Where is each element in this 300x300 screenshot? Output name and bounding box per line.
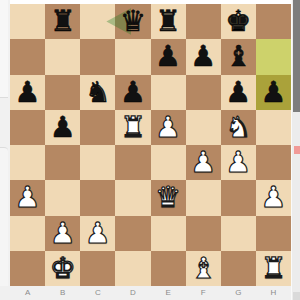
piece-black-pawn[interactable]: ♟ <box>155 42 181 71</box>
square-g3[interactable] <box>221 180 256 215</box>
square-f1[interactable]: ♝ <box>186 251 221 286</box>
piece-black-pawn[interactable]: ♟ <box>190 42 216 71</box>
piece-white-rook[interactable]: ♜ <box>120 113 146 142</box>
square-f2[interactable] <box>186 216 221 251</box>
square-g1[interactable] <box>221 251 256 286</box>
file-label-e: E <box>158 288 178 297</box>
piece-black-rook[interactable]: ♜ <box>50 7 76 36</box>
square-b8[interactable]: ♜ <box>45 4 80 39</box>
square-d8[interactable]: ♛ <box>115 4 150 39</box>
square-d5[interactable]: ♜ <box>115 110 150 145</box>
piece-white-pawn[interactable]: ♟ <box>50 219 76 248</box>
square-e6[interactable] <box>151 75 186 110</box>
file-label-h: H <box>263 288 283 297</box>
piece-white-queen[interactable]: ♛ <box>155 183 181 212</box>
file-label-d: D <box>123 288 143 297</box>
square-h3[interactable]: ♟ <box>256 180 291 215</box>
square-f3[interactable] <box>186 180 221 215</box>
piece-white-pawn[interactable]: ♟ <box>225 148 251 177</box>
piece-white-pawn[interactable]: ♟ <box>85 219 111 248</box>
square-d2[interactable] <box>115 216 150 251</box>
square-f4[interactable]: ♟ <box>186 145 221 180</box>
piece-black-pawn[interactable]: ♟ <box>15 78 41 107</box>
chess-board: ♜♛♜♚♟♟♝♟♞♟♟♟♟♜♟♞♟♟♟♛♟♟♟♚♝♜ <box>10 4 291 286</box>
square-f8[interactable] <box>186 4 221 39</box>
scrollbar-thumb[interactable] <box>293 0 300 112</box>
square-g5[interactable]: ♞ <box>221 110 256 145</box>
piece-black-pawn[interactable]: ♟ <box>120 78 146 107</box>
piece-black-pawn[interactable]: ♟ <box>260 78 286 107</box>
square-b1[interactable]: ♚ <box>45 251 80 286</box>
square-b4[interactable] <box>45 145 80 180</box>
square-a1[interactable] <box>10 251 45 286</box>
square-d3[interactable] <box>115 180 150 215</box>
file-label-a: A <box>18 288 38 297</box>
scrollbar-corner <box>293 292 300 300</box>
square-c4[interactable] <box>80 145 115 180</box>
file-label-c: C <box>88 288 108 297</box>
square-e2[interactable] <box>151 216 186 251</box>
square-g4[interactable]: ♟ <box>221 145 256 180</box>
square-h6[interactable]: ♟ <box>256 75 291 110</box>
square-b7[interactable] <box>45 39 80 74</box>
square-e3[interactable]: ♛ <box>151 180 186 215</box>
square-h5[interactable] <box>256 110 291 145</box>
square-c5[interactable] <box>80 110 115 145</box>
square-e5[interactable]: ♟ <box>151 110 186 145</box>
piece-white-pawn[interactable]: ♟ <box>190 148 216 177</box>
left-page-edge <box>0 0 10 300</box>
scrollbar-red-marker <box>294 146 300 154</box>
piece-black-king[interactable]: ♚ <box>225 7 251 36</box>
square-a7[interactable] <box>10 39 45 74</box>
square-e4[interactable] <box>151 145 186 180</box>
square-c2[interactable]: ♟ <box>80 216 115 251</box>
square-g2[interactable] <box>221 216 256 251</box>
piece-white-bishop[interactable]: ♝ <box>190 254 216 283</box>
square-c1[interactable] <box>80 251 115 286</box>
piece-white-pawn[interactable]: ♟ <box>15 183 41 212</box>
square-d7[interactable] <box>115 39 150 74</box>
square-d1[interactable] <box>115 251 150 286</box>
square-c3[interactable] <box>80 180 115 215</box>
piece-white-pawn[interactable]: ♟ <box>155 113 181 142</box>
square-g6[interactable]: ♟ <box>221 75 256 110</box>
square-b2[interactable]: ♟ <box>45 216 80 251</box>
square-a5[interactable] <box>10 110 45 145</box>
square-c6[interactable]: ♞ <box>80 75 115 110</box>
piece-black-pawn[interactable]: ♟ <box>50 113 76 142</box>
piece-white-pawn[interactable]: ♟ <box>260 183 286 212</box>
square-b3[interactable] <box>45 180 80 215</box>
square-h1[interactable]: ♜ <box>256 251 291 286</box>
square-h7[interactable] <box>256 39 291 74</box>
file-label-g: G <box>228 288 248 297</box>
piece-black-pawn[interactable]: ♟ <box>225 78 251 107</box>
square-c7[interactable] <box>80 39 115 74</box>
square-h4[interactable] <box>256 145 291 180</box>
square-a8[interactable] <box>10 4 45 39</box>
file-label-f: F <box>193 288 213 297</box>
square-e1[interactable] <box>151 251 186 286</box>
piece-black-rook[interactable]: ♜ <box>155 7 181 36</box>
file-label-b: B <box>53 288 73 297</box>
square-h8[interactable] <box>256 4 291 39</box>
square-a6[interactable]: ♟ <box>10 75 45 110</box>
piece-white-king[interactable]: ♚ <box>50 254 76 283</box>
piece-white-knight[interactable]: ♞ <box>225 113 251 142</box>
square-d6[interactable]: ♟ <box>115 75 150 110</box>
square-f7[interactable]: ♟ <box>186 39 221 74</box>
square-g8[interactable]: ♚ <box>221 4 256 39</box>
square-a3[interactable]: ♟ <box>10 180 45 215</box>
file-labels-row: ABCDEFGH <box>0 286 300 300</box>
square-a4[interactable] <box>10 145 45 180</box>
square-d4[interactable] <box>115 145 150 180</box>
left-panel-card-top <box>0 0 8 98</box>
piece-white-rook[interactable]: ♜ <box>260 254 286 283</box>
piece-black-bishop[interactable]: ♝ <box>225 42 251 71</box>
piece-black-knight[interactable]: ♞ <box>85 78 111 107</box>
square-h2[interactable] <box>256 216 291 251</box>
square-e7[interactable]: ♟ <box>151 39 186 74</box>
square-b5[interactable]: ♟ <box>45 110 80 145</box>
square-a2[interactable] <box>10 216 45 251</box>
page-scrollbar[interactable] <box>291 0 300 300</box>
square-f6[interactable] <box>186 75 221 110</box>
square-g7[interactable]: ♝ <box>221 39 256 74</box>
square-f5[interactable] <box>186 110 221 145</box>
piece-black-queen[interactable]: ♛ <box>120 7 146 36</box>
square-b6[interactable] <box>45 75 80 110</box>
square-e8[interactable]: ♜ <box>151 4 186 39</box>
left-panel-card-bottom <box>0 147 8 300</box>
